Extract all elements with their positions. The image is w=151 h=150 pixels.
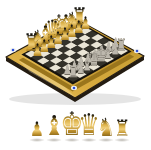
sapphire-gem-icon [12, 49, 15, 52]
product-photo-scene: ♜♞♝♛♚♝♞♜♟♟♟♟♟♟♟♟♟♟♟♟♟♟♟♟♜♞♝♛♚♝♞♜ ♟♝♚♛♞♜ [0, 0, 151, 150]
display-piece-rook: ♜ [113, 118, 131, 141]
sapphire-gem-icon [73, 87, 76, 90]
sapphire-gem-icon [136, 50, 139, 53]
